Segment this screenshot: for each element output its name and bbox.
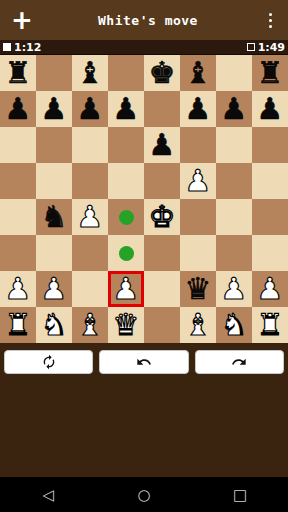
square-d4[interactable] [108, 199, 144, 235]
white-time: 1:12 [14, 41, 41, 54]
square-c3[interactable] [72, 235, 108, 271]
square-h5[interactable] [252, 163, 288, 199]
square-h3[interactable] [252, 235, 288, 271]
square-g2[interactable]: ♟ [216, 271, 252, 307]
overflow-menu-icon[interactable] [258, 4, 282, 36]
home-button[interactable]: ○ [124, 486, 164, 504]
piece-black-pawn[interactable]: ♟ [144, 127, 180, 163]
square-b6[interactable] [36, 127, 72, 163]
square-h1[interactable]: ♜ [252, 307, 288, 343]
square-e7[interactable] [144, 91, 180, 127]
square-f1[interactable]: ♝ [180, 307, 216, 343]
square-h8[interactable]: ♜ [252, 55, 288, 91]
back-button[interactable]: ◁ [28, 486, 68, 504]
piece-black-bishop[interactable]: ♝ [180, 55, 216, 91]
square-a3[interactable] [0, 235, 36, 271]
square-f6[interactable] [180, 127, 216, 163]
square-d1[interactable]: ♛ [108, 307, 144, 343]
square-e1[interactable] [144, 307, 180, 343]
page-title: White's move [38, 13, 258, 28]
square-c8[interactable]: ♝ [72, 55, 108, 91]
black-player-icon [247, 43, 255, 51]
piece-black-pawn[interactable]: ♟ [36, 91, 72, 127]
square-a4[interactable] [0, 199, 36, 235]
piece-white-king[interactable]: ♚ [144, 199, 180, 235]
square-b4[interactable]: ♞ [36, 199, 72, 235]
redo-button[interactable] [195, 350, 284, 374]
square-f5[interactable]: ♟ [180, 163, 216, 199]
square-a5[interactable] [0, 163, 36, 199]
square-a7[interactable]: ♟ [0, 91, 36, 127]
square-g6[interactable] [216, 127, 252, 163]
square-d8[interactable] [108, 55, 144, 91]
square-g1[interactable]: ♞ [216, 307, 252, 343]
piece-white-knight[interactable]: ♞ [36, 307, 72, 343]
square-c7[interactable]: ♟ [72, 91, 108, 127]
square-d6[interactable] [108, 127, 144, 163]
square-b7[interactable]: ♟ [36, 91, 72, 127]
square-g7[interactable]: ♟ [216, 91, 252, 127]
recents-button[interactable]: □ [220, 486, 260, 504]
piece-white-rook[interactable]: ♜ [252, 307, 288, 343]
action-toolbar [0, 343, 288, 374]
piece-white-queen[interactable]: ♛ [108, 307, 144, 343]
add-icon[interactable]: + [6, 4, 38, 36]
square-d7[interactable]: ♟ [108, 91, 144, 127]
piece-white-knight[interactable]: ♞ [216, 307, 252, 343]
square-b8[interactable] [36, 55, 72, 91]
square-e3[interactable] [144, 235, 180, 271]
square-h4[interactable] [252, 199, 288, 235]
redo-icon [231, 354, 247, 370]
white-player-icon [3, 43, 11, 51]
app-bar: + White's move [0, 0, 288, 40]
flip-board-button[interactable] [4, 350, 93, 374]
piece-black-pawn[interactable]: ♟ [216, 91, 252, 127]
piece-black-pawn[interactable]: ♟ [0, 91, 36, 127]
square-b2[interactable]: ♟ [36, 271, 72, 307]
piece-white-bishop[interactable]: ♝ [72, 307, 108, 343]
square-a6[interactable] [0, 127, 36, 163]
square-e5[interactable] [144, 163, 180, 199]
square-f3[interactable] [180, 235, 216, 271]
piece-white-pawn[interactable]: ♟ [108, 271, 144, 307]
square-c6[interactable] [72, 127, 108, 163]
autorenew-icon [41, 354, 57, 370]
square-e2[interactable] [144, 271, 180, 307]
move-hint-dot-d3[interactable] [119, 246, 134, 261]
square-c4[interactable]: ♟ [72, 199, 108, 235]
piece-black-knight[interactable]: ♞ [36, 199, 72, 235]
square-g8[interactable] [216, 55, 252, 91]
square-h7[interactable]: ♟ [252, 91, 288, 127]
piece-black-rook[interactable]: ♜ [0, 55, 36, 91]
piece-white-pawn[interactable]: ♟ [252, 271, 288, 307]
square-f4[interactable] [180, 199, 216, 235]
square-g3[interactable] [216, 235, 252, 271]
square-f7[interactable]: ♟ [180, 91, 216, 127]
piece-white-pawn[interactable]: ♟ [72, 199, 108, 235]
square-c2[interactable] [72, 271, 108, 307]
piece-white-pawn[interactable]: ♟ [0, 271, 36, 307]
piece-white-bishop[interactable]: ♝ [180, 307, 216, 343]
piece-white-rook[interactable]: ♜ [0, 307, 36, 343]
square-d2[interactable]: ♟ [108, 271, 144, 307]
chess-board: ♜♝♚♝♜♟♟♟♟♟♟♟♟♟♞♟♚♟♟♟♛♟♟♜♞♝♛♝♞♜ [0, 55, 288, 343]
piece-black-pawn[interactable]: ♟ [180, 91, 216, 127]
square-e8[interactable]: ♚ [144, 55, 180, 91]
piece-black-pawn[interactable]: ♟ [72, 91, 108, 127]
square-h2[interactable]: ♟ [252, 271, 288, 307]
square-d5[interactable] [108, 163, 144, 199]
square-c1[interactable]: ♝ [72, 307, 108, 343]
square-g4[interactable] [216, 199, 252, 235]
piece-white-pawn[interactable]: ♟ [216, 271, 252, 307]
square-h6[interactable] [252, 127, 288, 163]
square-c5[interactable] [72, 163, 108, 199]
square-b5[interactable] [36, 163, 72, 199]
background-filler [0, 374, 288, 477]
square-b1[interactable]: ♞ [36, 307, 72, 343]
square-e6[interactable]: ♟ [144, 127, 180, 163]
black-time: 1:49 [258, 41, 285, 54]
square-b3[interactable] [36, 235, 72, 271]
square-f2[interactable]: ♛ [180, 271, 216, 307]
square-a1[interactable]: ♜ [0, 307, 36, 343]
piece-black-queen[interactable]: ♛ [180, 271, 216, 307]
piece-white-pawn[interactable]: ♟ [36, 271, 72, 307]
undo-icon [136, 354, 152, 370]
piece-black-bishop[interactable]: ♝ [72, 55, 108, 91]
square-a2[interactable]: ♟ [0, 271, 36, 307]
square-d3[interactable] [108, 235, 144, 271]
piece-black-king[interactable]: ♚ [144, 55, 180, 91]
black-clock: 1:49 [247, 41, 285, 54]
move-hint-dot-d4[interactable] [119, 210, 134, 225]
undo-button[interactable] [99, 350, 188, 374]
piece-white-pawn[interactable]: ♟ [180, 163, 216, 199]
square-e4[interactable]: ♚ [144, 199, 180, 235]
white-clock: 1:12 [3, 41, 41, 54]
clock-bar: 1:12 1:49 [0, 40, 288, 55]
square-g5[interactable] [216, 163, 252, 199]
piece-black-rook[interactable]: ♜ [252, 55, 288, 91]
square-a8[interactable]: ♜ [0, 55, 36, 91]
square-f8[interactable]: ♝ [180, 55, 216, 91]
android-nav-bar: ◁ ○ □ [0, 477, 288, 512]
piece-black-pawn[interactable]: ♟ [108, 91, 144, 127]
piece-black-pawn[interactable]: ♟ [252, 91, 288, 127]
